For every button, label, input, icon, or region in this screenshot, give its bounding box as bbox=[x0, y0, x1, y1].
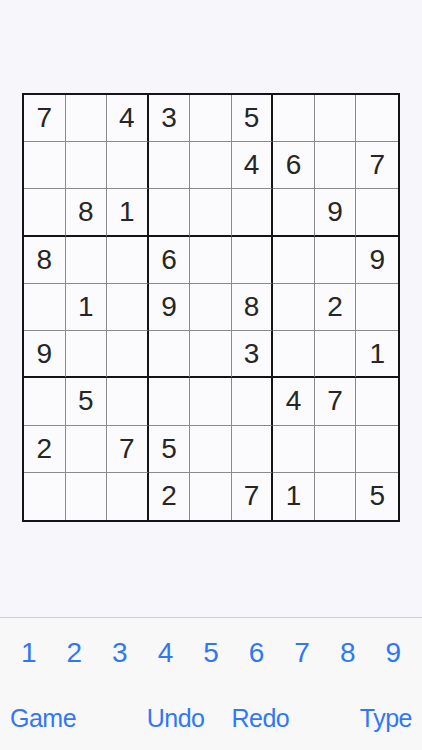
cell-r8c6[interactable] bbox=[232, 426, 274, 473]
cell-r5c7[interactable] bbox=[273, 284, 315, 331]
cell-r2c1[interactable] bbox=[24, 142, 66, 189]
cell-r6c3[interactable] bbox=[107, 331, 149, 378]
cell-r4c8[interactable] bbox=[315, 237, 357, 284]
cell-r5c4[interactable]: 9 bbox=[149, 284, 191, 331]
cell-r9c1[interactable] bbox=[24, 473, 66, 520]
cell-r5c8[interactable]: 2 bbox=[315, 284, 357, 331]
cell-r5c3[interactable] bbox=[107, 284, 149, 331]
cell-r8c4[interactable]: 5 bbox=[149, 426, 191, 473]
cell-r4c9[interactable]: 9 bbox=[356, 237, 398, 284]
cell-r5c9[interactable] bbox=[356, 284, 398, 331]
cell-r3c5[interactable] bbox=[190, 189, 232, 236]
cell-r7c2[interactable]: 5 bbox=[66, 378, 108, 425]
cell-r1c9[interactable] bbox=[356, 95, 398, 142]
toolbar-actions: Game Undo Redo Type bbox=[10, 702, 412, 734]
cell-r4c3[interactable] bbox=[107, 237, 149, 284]
sudoku-board: 743546781986919829315472752715 bbox=[22, 93, 400, 522]
cell-r3c4[interactable] bbox=[149, 189, 191, 236]
cell-r3c7[interactable] bbox=[273, 189, 315, 236]
cell-r4c5[interactable] bbox=[190, 237, 232, 284]
cell-r5c1[interactable] bbox=[24, 284, 66, 331]
numpad-6[interactable]: 6 bbox=[234, 637, 280, 669]
cell-r2c2[interactable] bbox=[66, 142, 108, 189]
cell-r9c7[interactable]: 1 bbox=[273, 473, 315, 520]
cell-r6c5[interactable] bbox=[190, 331, 232, 378]
cell-r7c9[interactable] bbox=[356, 378, 398, 425]
bottom-toolbar: 123456789 Game Undo Redo Type bbox=[0, 617, 422, 750]
cell-r7c1[interactable] bbox=[24, 378, 66, 425]
cell-r4c2[interactable] bbox=[66, 237, 108, 284]
cell-r1c5[interactable] bbox=[190, 95, 232, 142]
type-button[interactable]: Type bbox=[360, 702, 412, 734]
cell-r6c1[interactable]: 9 bbox=[24, 331, 66, 378]
numpad-8[interactable]: 8 bbox=[325, 637, 371, 669]
cell-r6c6[interactable]: 3 bbox=[232, 331, 274, 378]
cell-r6c7[interactable] bbox=[273, 331, 315, 378]
cell-r7c4[interactable] bbox=[149, 378, 191, 425]
cell-r7c7[interactable]: 4 bbox=[273, 378, 315, 425]
cell-r1c3[interactable]: 4 bbox=[107, 95, 149, 142]
cell-r9c2[interactable] bbox=[66, 473, 108, 520]
game-button[interactable]: Game bbox=[10, 702, 76, 734]
cell-r9c3[interactable] bbox=[107, 473, 149, 520]
cell-r9c5[interactable] bbox=[190, 473, 232, 520]
numpad-3[interactable]: 3 bbox=[97, 637, 143, 669]
cell-r7c8[interactable]: 7 bbox=[315, 378, 357, 425]
cell-r3c9[interactable] bbox=[356, 189, 398, 236]
cell-r3c8[interactable]: 9 bbox=[315, 189, 357, 236]
cell-r2c5[interactable] bbox=[190, 142, 232, 189]
cell-r8c3[interactable]: 7 bbox=[107, 426, 149, 473]
cell-r9c9[interactable]: 5 bbox=[356, 473, 398, 520]
cell-r2c4[interactable] bbox=[149, 142, 191, 189]
redo-button[interactable]: Redo bbox=[231, 702, 289, 734]
cell-r1c6[interactable]: 5 bbox=[232, 95, 274, 142]
numpad-2[interactable]: 2 bbox=[52, 637, 98, 669]
cell-r2c3[interactable] bbox=[107, 142, 149, 189]
cell-r4c1[interactable]: 8 bbox=[24, 237, 66, 284]
undo-button[interactable]: Undo bbox=[147, 702, 205, 734]
cell-r5c2[interactable]: 1 bbox=[66, 284, 108, 331]
numpad-4[interactable]: 4 bbox=[143, 637, 189, 669]
cell-r3c3[interactable]: 1 bbox=[107, 189, 149, 236]
cell-r6c8[interactable] bbox=[315, 331, 357, 378]
cell-r8c7[interactable] bbox=[273, 426, 315, 473]
cell-r4c6[interactable] bbox=[232, 237, 274, 284]
cell-r5c5[interactable] bbox=[190, 284, 232, 331]
cell-r9c8[interactable] bbox=[315, 473, 357, 520]
cell-r2c7[interactable]: 6 bbox=[273, 142, 315, 189]
cell-r1c1[interactable]: 7 bbox=[24, 95, 66, 142]
cell-r9c6[interactable]: 7 bbox=[232, 473, 274, 520]
cell-r8c2[interactable] bbox=[66, 426, 108, 473]
numpad-9[interactable]: 9 bbox=[371, 637, 417, 669]
cell-r2c9[interactable]: 7 bbox=[356, 142, 398, 189]
cell-r3c6[interactable] bbox=[232, 189, 274, 236]
number-pad: 123456789 bbox=[6, 637, 416, 669]
cell-r8c9[interactable] bbox=[356, 426, 398, 473]
cell-r6c2[interactable] bbox=[66, 331, 108, 378]
cell-r6c9[interactable]: 1 bbox=[356, 331, 398, 378]
cell-r5c6[interactable]: 8 bbox=[232, 284, 274, 331]
cell-r8c1[interactable]: 2 bbox=[24, 426, 66, 473]
cell-r8c8[interactable] bbox=[315, 426, 357, 473]
sudoku-screen: 743546781986919829315472752715 123456789… bbox=[0, 0, 422, 750]
numpad-7[interactable]: 7 bbox=[279, 637, 325, 669]
cell-r1c4[interactable]: 3 bbox=[149, 95, 191, 142]
cell-r9c4[interactable]: 2 bbox=[149, 473, 191, 520]
numpad-1[interactable]: 1 bbox=[6, 637, 52, 669]
cell-r2c6[interactable]: 4 bbox=[232, 142, 274, 189]
cell-r6c4[interactable] bbox=[149, 331, 191, 378]
cell-r4c4[interactable]: 6 bbox=[149, 237, 191, 284]
cell-r3c2[interactable]: 8 bbox=[66, 189, 108, 236]
cell-r7c6[interactable] bbox=[232, 378, 274, 425]
cell-r3c1[interactable] bbox=[24, 189, 66, 236]
cell-r4c7[interactable] bbox=[273, 237, 315, 284]
cell-r1c7[interactable] bbox=[273, 95, 315, 142]
cell-r2c8[interactable] bbox=[315, 142, 357, 189]
cell-r7c5[interactable] bbox=[190, 378, 232, 425]
cell-r8c5[interactable] bbox=[190, 426, 232, 473]
cell-r7c3[interactable] bbox=[107, 378, 149, 425]
numpad-5[interactable]: 5 bbox=[188, 637, 234, 669]
cell-r1c8[interactable] bbox=[315, 95, 357, 142]
cell-r1c2[interactable] bbox=[66, 95, 108, 142]
